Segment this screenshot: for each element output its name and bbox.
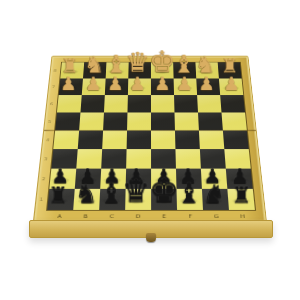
square-d8[interactable] bbox=[128, 62, 151, 78]
black-king-e1[interactable]: ♚ bbox=[151, 188, 177, 209]
black-rook-a1[interactable]: ♜ bbox=[45, 188, 73, 209]
square-d5[interactable] bbox=[127, 112, 151, 130]
rank-label-6: 6 bbox=[50, 102, 54, 106]
piece-glyph: ♜ bbox=[48, 184, 68, 207]
square-h5[interactable] bbox=[222, 112, 247, 130]
square-h6[interactable] bbox=[220, 95, 245, 112]
square-b5[interactable] bbox=[79, 112, 104, 130]
square-a5[interactable] bbox=[55, 112, 80, 130]
rank-label-3: 3 bbox=[44, 156, 48, 161]
rank-label-8: 8 bbox=[53, 68, 56, 72]
black-knight-b1[interactable]: ♞ bbox=[73, 188, 100, 209]
square-b8[interactable] bbox=[83, 62, 106, 78]
piece-glyph: ♜ bbox=[232, 184, 252, 207]
square-a6[interactable] bbox=[57, 95, 82, 112]
piece-glyph: ♝ bbox=[99, 179, 124, 207]
black-rook-h1[interactable]: ♜ bbox=[227, 188, 255, 209]
square-e6[interactable] bbox=[151, 95, 175, 112]
piece-glyph: ♞ bbox=[202, 181, 225, 207]
square-e7[interactable] bbox=[151, 78, 174, 95]
square-d7[interactable] bbox=[128, 78, 151, 95]
square-f7[interactable] bbox=[174, 78, 198, 95]
black-knight-g1[interactable]: ♞ bbox=[200, 188, 227, 209]
square-b7[interactable] bbox=[82, 78, 106, 95]
rank-label-1: 1 bbox=[39, 197, 43, 202]
square-h7[interactable] bbox=[219, 78, 243, 95]
piece-glyph: ♞ bbox=[75, 181, 98, 207]
square-c8[interactable] bbox=[106, 62, 129, 78]
square-g8[interactable] bbox=[195, 62, 218, 78]
square-f6[interactable] bbox=[174, 95, 198, 112]
rank-label-7: 7 bbox=[52, 85, 55, 89]
square-b6[interactable] bbox=[80, 95, 104, 112]
clasp-latch-icon bbox=[146, 233, 156, 242]
square-f5[interactable] bbox=[174, 112, 198, 130]
square-c7[interactable] bbox=[105, 78, 128, 95]
square-f8[interactable] bbox=[173, 62, 196, 78]
folded-board-front bbox=[29, 220, 273, 238]
scene: ABCDEFGH 87654321 ♜♞♝♛♚♝♞♜♟♟♟♟♟♟♟♟♟♟♟♟♟♟… bbox=[0, 0, 300, 300]
rank-label-2: 2 bbox=[42, 176, 46, 181]
square-e5[interactable] bbox=[151, 112, 175, 130]
square-a7[interactable] bbox=[59, 78, 83, 95]
piece-glyph: ♛ bbox=[122, 176, 150, 207]
square-a8[interactable] bbox=[60, 62, 84, 78]
square-c6[interactable] bbox=[104, 95, 128, 112]
black-bishop-f1[interactable]: ♝ bbox=[175, 188, 201, 209]
product-photo: ABCDEFGH 87654321 ♜♞♝♛♚♝♞♜♟♟♟♟♟♟♟♟♟♟♟♟♟♟… bbox=[0, 0, 300, 300]
piece-glyph: ♚ bbox=[149, 174, 179, 207]
rank-label-4: 4 bbox=[46, 137, 50, 142]
square-d6[interactable] bbox=[127, 95, 151, 112]
square-c5[interactable] bbox=[103, 112, 127, 130]
square-h8[interactable] bbox=[218, 62, 242, 78]
square-e8[interactable] bbox=[151, 62, 174, 78]
chess-board: ABCDEFGH 87654321 ♜♞♝♛♚♝♞♜♟♟♟♟♟♟♟♟♟♟♟♟♟♟… bbox=[33, 56, 267, 223]
rank-label-5: 5 bbox=[48, 119, 52, 123]
square-g5[interactable] bbox=[198, 112, 223, 130]
black-queen-d1[interactable]: ♛ bbox=[123, 188, 149, 209]
black-bishop-c1[interactable]: ♝ bbox=[98, 188, 124, 209]
square-g6[interactable] bbox=[197, 95, 221, 112]
piece-glyph: ♝ bbox=[176, 179, 201, 207]
square-g7[interactable] bbox=[196, 78, 220, 95]
